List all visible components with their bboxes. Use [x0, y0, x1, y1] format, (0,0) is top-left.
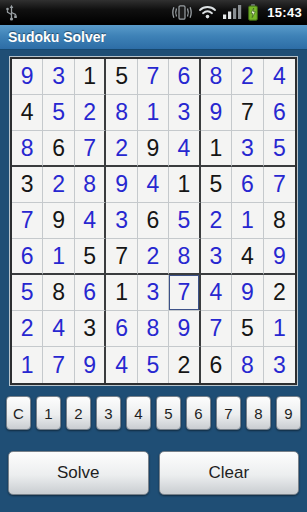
- cell-r4c2[interactable]: 2: [43, 167, 74, 203]
- cell-r6c1[interactable]: 6: [12, 239, 43, 275]
- cell-r6c5[interactable]: 2: [138, 239, 169, 275]
- cell-r2c7[interactable]: 9: [201, 95, 232, 131]
- cell-r1c7[interactable]: 8: [201, 59, 232, 95]
- cell-r3c4[interactable]: 2: [106, 131, 137, 167]
- clear-button[interactable]: Clear: [159, 451, 300, 495]
- solve-button[interactable]: Solve: [8, 451, 149, 495]
- cell-r4c4[interactable]: 9: [106, 167, 137, 203]
- cell-r2c1[interactable]: 4: [12, 95, 43, 131]
- keypad-button-8[interactable]: 8: [246, 396, 271, 430]
- cell-r5c2[interactable]: 9: [43, 203, 74, 239]
- cell-r6c6[interactable]: 8: [169, 239, 200, 275]
- cell-r8c4[interactable]: 6: [106, 311, 137, 347]
- cell-r8c3[interactable]: 3: [75, 311, 106, 347]
- cell-r6c2[interactable]: 1: [43, 239, 74, 275]
- signal-icon: [223, 5, 242, 19]
- cell-r5c1[interactable]: 7: [12, 203, 43, 239]
- action-bar: Solve Clear: [8, 451, 299, 495]
- status-bar: 15:43: [0, 0, 307, 25]
- cell-r8c8[interactable]: 5: [232, 311, 263, 347]
- cell-r6c8[interactable]: 4: [232, 239, 263, 275]
- cell-r8c2[interactable]: 4: [43, 311, 74, 347]
- cell-r5c6[interactable]: 5: [169, 203, 200, 239]
- cell-r5c5[interactable]: 6: [138, 203, 169, 239]
- cell-r3c6[interactable]: 4: [169, 131, 200, 167]
- cell-r8c6[interactable]: 9: [169, 311, 200, 347]
- cell-r9c5[interactable]: 5: [138, 347, 169, 383]
- title-bar: Sudoku Solver: [0, 25, 307, 50]
- usb-icon: [5, 4, 18, 21]
- wifi-icon: [198, 5, 217, 19]
- battery-charging-icon: [248, 4, 258, 21]
- keypad-button-3[interactable]: 3: [96, 396, 121, 430]
- cell-r2c2[interactable]: 5: [43, 95, 74, 131]
- cell-r7c4[interactable]: 1: [106, 275, 137, 311]
- app-title: Sudoku Solver: [8, 29, 106, 45]
- cell-r1c1[interactable]: 9: [12, 59, 43, 95]
- cell-r4c6[interactable]: 1: [169, 167, 200, 203]
- cell-r6c3[interactable]: 5: [75, 239, 106, 275]
- cell-r9c8[interactable]: 8: [232, 347, 263, 383]
- keypad-button-C[interactable]: C: [6, 396, 31, 430]
- cell-r5c7[interactable]: 2: [201, 203, 232, 239]
- cell-r5c9[interactable]: 8: [264, 203, 295, 239]
- cell-r3c9[interactable]: 5: [264, 131, 295, 167]
- cell-r8c9[interactable]: 1: [264, 311, 295, 347]
- cell-r5c4[interactable]: 3: [106, 203, 137, 239]
- status-clock: 15:43: [267, 5, 302, 20]
- keypad-button-7[interactable]: 7: [216, 396, 241, 430]
- cell-r3c2[interactable]: 6: [43, 131, 74, 167]
- keypad: C123456789: [6, 396, 301, 430]
- cell-r7c7[interactable]: 4: [201, 275, 232, 311]
- cell-r7c2[interactable]: 8: [43, 275, 74, 311]
- cell-r1c9[interactable]: 4: [264, 59, 295, 95]
- cell-r4c9[interactable]: 7: [264, 167, 295, 203]
- cell-r9c7[interactable]: 6: [201, 347, 232, 383]
- cell-r5c3[interactable]: 4: [75, 203, 106, 239]
- sudoku-solver-app: 15:43 Sudoku Solver 93157682445281397686…: [0, 0, 307, 512]
- cell-r3c1[interactable]: 8: [12, 131, 43, 167]
- cell-r8c1[interactable]: 2: [12, 311, 43, 347]
- keypad-button-1[interactable]: 1: [36, 396, 61, 430]
- cell-r1c2[interactable]: 3: [43, 59, 74, 95]
- cell-r7c6[interactable]: 7: [169, 275, 200, 311]
- cell-r9c1[interactable]: 1: [12, 347, 43, 383]
- cell-r1c5[interactable]: 7: [138, 59, 169, 95]
- cell-r1c4[interactable]: 5: [106, 59, 137, 95]
- cell-r4c7[interactable]: 5: [201, 167, 232, 203]
- cell-r3c7[interactable]: 1: [201, 131, 232, 167]
- cell-r9c9[interactable]: 3: [264, 347, 295, 383]
- cell-r5c8[interactable]: 1: [232, 203, 263, 239]
- cell-r9c3[interactable]: 9: [75, 347, 106, 383]
- cell-r6c9[interactable]: 9: [264, 239, 295, 275]
- cell-r2c3[interactable]: 2: [75, 95, 106, 131]
- keypad-button-2[interactable]: 2: [66, 396, 91, 430]
- keypad-button-9[interactable]: 9: [276, 396, 301, 430]
- cell-r8c5[interactable]: 8: [138, 311, 169, 347]
- cell-r3c5[interactable]: 9: [138, 131, 169, 167]
- cell-r6c4[interactable]: 7: [106, 239, 137, 275]
- cell-r4c3[interactable]: 8: [75, 167, 106, 203]
- cell-r1c8[interactable]: 2: [232, 59, 263, 95]
- cell-r2c4[interactable]: 8: [106, 95, 137, 131]
- cell-r1c6[interactable]: 6: [169, 59, 200, 95]
- cell-r8c7[interactable]: 7: [201, 311, 232, 347]
- cell-r4c5[interactable]: 4: [138, 167, 169, 203]
- keypad-button-5[interactable]: 5: [156, 396, 181, 430]
- cell-r7c1[interactable]: 5: [12, 275, 43, 311]
- vibrate-icon: [172, 5, 192, 20]
- cell-r9c2[interactable]: 7: [43, 347, 74, 383]
- board-area: 9315768244528139768672941353289415677943…: [0, 57, 307, 385]
- cell-r7c9[interactable]: 2: [264, 275, 295, 311]
- cell-r2c5[interactable]: 1: [138, 95, 169, 131]
- cell-r6c7[interactable]: 3: [201, 239, 232, 275]
- cell-r7c8[interactable]: 9: [232, 275, 263, 311]
- cell-r2c6[interactable]: 3: [169, 95, 200, 131]
- sudoku-board: 9315768244528139768672941353289415677943…: [10, 57, 297, 385]
- cell-r7c5[interactable]: 3: [138, 275, 169, 311]
- cell-r1c3[interactable]: 1: [75, 59, 106, 95]
- cell-r3c8[interactable]: 3: [232, 131, 263, 167]
- cell-r2c8[interactable]: 7: [232, 95, 263, 131]
- cell-r2c9[interactable]: 6: [264, 95, 295, 131]
- cell-r9c4[interactable]: 4: [106, 347, 137, 383]
- cell-r4c8[interactable]: 6: [232, 167, 263, 203]
- cell-r3c3[interactable]: 7: [75, 131, 106, 167]
- keypad-button-4[interactable]: 4: [126, 396, 151, 430]
- cell-r9c6[interactable]: 2: [169, 347, 200, 383]
- cell-r7c3[interactable]: 6: [75, 275, 106, 311]
- keypad-button-6[interactable]: 6: [186, 396, 211, 430]
- cell-r4c1[interactable]: 3: [12, 167, 43, 203]
